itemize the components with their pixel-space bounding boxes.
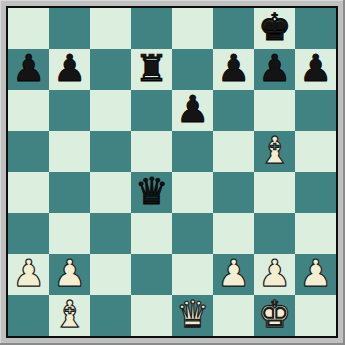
white-pawn[interactable]: ♟: [258, 254, 291, 294]
square-h2[interactable]: ♟: [295, 254, 336, 295]
square-a1[interactable]: [8, 295, 49, 336]
square-h6[interactable]: [295, 90, 336, 131]
square-f8[interactable]: [213, 8, 254, 49]
chess-board: ♚♟♟♜♟♟♟♟♝♛♟♟♟♟♟♝♛♚: [8, 8, 336, 336]
black-pawn[interactable]: ♟: [217, 49, 250, 89]
square-c2[interactable]: [90, 254, 131, 295]
square-a5[interactable]: [8, 131, 49, 172]
square-g8[interactable]: ♚: [254, 8, 295, 49]
square-e1[interactable]: ♛: [172, 295, 213, 336]
square-e8[interactable]: [172, 8, 213, 49]
square-c8[interactable]: [90, 8, 131, 49]
square-d7[interactable]: ♜: [131, 49, 172, 90]
square-d5[interactable]: [131, 131, 172, 172]
white-pawn[interactable]: ♟: [53, 254, 86, 294]
square-c6[interactable]: [90, 90, 131, 131]
square-g6[interactable]: [254, 90, 295, 131]
square-h3[interactable]: [295, 213, 336, 254]
square-e7[interactable]: [172, 49, 213, 90]
window-frame: ♚♟♟♜♟♟♟♟♝♛♟♟♟♟♟♝♛♚: [0, 0, 345, 345]
square-f2[interactable]: ♟: [213, 254, 254, 295]
black-rook[interactable]: ♜: [135, 49, 168, 89]
square-h4[interactable]: [295, 172, 336, 213]
square-b1[interactable]: ♝: [49, 295, 90, 336]
black-pawn[interactable]: ♟: [176, 90, 209, 130]
white-king[interactable]: ♚: [258, 295, 291, 335]
black-king[interactable]: ♚: [258, 8, 291, 48]
square-b2[interactable]: ♟: [49, 254, 90, 295]
square-c7[interactable]: [90, 49, 131, 90]
square-d8[interactable]: [131, 8, 172, 49]
square-b4[interactable]: [49, 172, 90, 213]
square-g7[interactable]: ♟: [254, 49, 295, 90]
square-f3[interactable]: [213, 213, 254, 254]
square-b5[interactable]: [49, 131, 90, 172]
square-d4[interactable]: ♛: [131, 172, 172, 213]
square-a7[interactable]: ♟: [8, 49, 49, 90]
black-pawn[interactable]: ♟: [299, 49, 332, 89]
square-a8[interactable]: [8, 8, 49, 49]
square-f5[interactable]: [213, 131, 254, 172]
square-d6[interactable]: [131, 90, 172, 131]
square-h1[interactable]: [295, 295, 336, 336]
square-h5[interactable]: [295, 131, 336, 172]
black-pawn[interactable]: ♟: [53, 49, 86, 89]
square-a6[interactable]: [8, 90, 49, 131]
square-a4[interactable]: [8, 172, 49, 213]
square-h7[interactable]: ♟: [295, 49, 336, 90]
square-f6[interactable]: [213, 90, 254, 131]
square-g3[interactable]: [254, 213, 295, 254]
white-queen[interactable]: ♛: [176, 295, 209, 335]
square-c3[interactable]: [90, 213, 131, 254]
square-d1[interactable]: [131, 295, 172, 336]
white-bishop[interactable]: ♝: [258, 131, 291, 171]
white-pawn[interactable]: ♟: [299, 254, 332, 294]
black-pawn[interactable]: ♟: [12, 49, 45, 89]
square-c5[interactable]: [90, 131, 131, 172]
white-bishop[interactable]: ♝: [53, 295, 86, 335]
square-h8[interactable]: [295, 8, 336, 49]
square-a2[interactable]: ♟: [8, 254, 49, 295]
square-d2[interactable]: [131, 254, 172, 295]
white-pawn[interactable]: ♟: [217, 254, 250, 294]
square-f7[interactable]: ♟: [213, 49, 254, 90]
square-g2[interactable]: ♟: [254, 254, 295, 295]
square-e5[interactable]: [172, 131, 213, 172]
square-g5[interactable]: ♝: [254, 131, 295, 172]
square-d3[interactable]: [131, 213, 172, 254]
square-a3[interactable]: [8, 213, 49, 254]
white-pawn[interactable]: ♟: [12, 254, 45, 294]
square-e4[interactable]: [172, 172, 213, 213]
square-e6[interactable]: ♟: [172, 90, 213, 131]
square-f4[interactable]: [213, 172, 254, 213]
square-e2[interactable]: [172, 254, 213, 295]
square-b3[interactable]: [49, 213, 90, 254]
black-pawn[interactable]: ♟: [258, 49, 291, 89]
square-c1[interactable]: [90, 295, 131, 336]
square-c4[interactable]: [90, 172, 131, 213]
square-g1[interactable]: ♚: [254, 295, 295, 336]
square-g4[interactable]: [254, 172, 295, 213]
board-frame: ♚♟♟♜♟♟♟♟♝♛♟♟♟♟♟♝♛♚: [6, 6, 338, 338]
square-b6[interactable]: [49, 90, 90, 131]
black-queen[interactable]: ♛: [135, 172, 168, 212]
square-e3[interactable]: [172, 213, 213, 254]
square-b7[interactable]: ♟: [49, 49, 90, 90]
square-b8[interactable]: [49, 8, 90, 49]
square-f1[interactable]: [213, 295, 254, 336]
